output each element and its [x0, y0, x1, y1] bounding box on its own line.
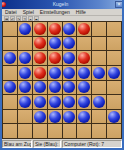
blue-marble-r4c3[interactable] — [49, 81, 61, 93]
title-bar[interactable]: Kugeln × — [0, 0, 124, 9]
board-cell-r6c1[interactable] — [18, 110, 33, 125]
board-cell-r6c4[interactable] — [63, 110, 78, 125]
blue-marble-r2c4[interactable] — [63, 52, 75, 64]
menu-item-hilfe[interactable]: Hilfe — [73, 10, 89, 15]
board-cell-r3c6[interactable] — [92, 66, 107, 81]
board-cell-r7c3[interactable] — [48, 124, 63, 139]
board-cell-r1c5[interactable] — [77, 37, 92, 52]
board-cell-r5c0[interactable] — [3, 95, 18, 110]
blue-marble-r5c1[interactable] — [19, 96, 31, 108]
blue-marble-r6c2[interactable] — [34, 111, 46, 123]
red-marble-r0c2[interactable] — [34, 23, 46, 35]
board-cell-r2c7[interactable] — [107, 51, 122, 66]
red-marble-r0c5[interactable] — [78, 23, 90, 35]
board-cell-r4c3[interactable] — [48, 81, 63, 96]
blue-marble-r2c1[interactable] — [19, 52, 31, 64]
menu-item-datei[interactable]: Datei — [2, 10, 20, 15]
board-cell-r4c4[interactable] — [63, 81, 78, 96]
blue-marble-r3c7[interactable] — [108, 67, 120, 79]
board-cell-r0c6[interactable] — [92, 22, 107, 37]
blue-marble-r3c5[interactable] — [78, 67, 90, 79]
board-cell-r6c6[interactable] — [92, 110, 107, 125]
board-cell-r3c0[interactable] — [3, 66, 18, 81]
menu-item-spiel[interactable]: Spiel — [20, 10, 37, 15]
blue-marble-r6c7[interactable] — [108, 111, 120, 123]
board-cell-r0c3[interactable] — [48, 22, 63, 37]
game-window: Kugeln × DateiSpielEinstellungenHilfe ▦↶… — [0, 0, 124, 150]
board-cell-r7c7[interactable] — [107, 124, 122, 139]
board-cell-r6c7[interactable] — [107, 110, 122, 125]
board-cell-r7c0[interactable] — [3, 124, 18, 139]
red-marble-r2c3[interactable] — [49, 52, 61, 64]
blue-marble-r4c4[interactable] — [63, 81, 75, 93]
board-cell-r2c4[interactable] — [63, 51, 78, 66]
blue-marble-r5c2[interactable] — [34, 96, 46, 108]
red-marble-r3c2[interactable] — [34, 67, 46, 79]
board-cell-r4c0[interactable] — [3, 81, 18, 96]
board-cell-r5c5[interactable] — [77, 95, 92, 110]
red-marble-r2c2[interactable] — [34, 52, 46, 64]
blue-marble-r5c4[interactable] — [63, 96, 75, 108]
board-cell-r2c3[interactable] — [48, 51, 63, 66]
board-cell-r2c5[interactable] — [77, 51, 92, 66]
board-cell-r0c1[interactable] — [18, 22, 33, 37]
close-button[interactable]: × — [115, 1, 123, 8]
board-cell-r2c0[interactable] — [3, 51, 18, 66]
status-segment-0: Blau am Zug — [2, 140, 32, 148]
blue-marble-r1c4[interactable] — [63, 37, 75, 49]
board-cell-r0c0[interactable] — [3, 22, 18, 37]
blue-marble-r4c1[interactable] — [19, 81, 31, 93]
board-cell-r5c4[interactable] — [63, 95, 78, 110]
board-cell-r0c2[interactable] — [33, 22, 48, 37]
blue-marble-r4c0[interactable] — [4, 81, 16, 93]
blue-marble-r6c5[interactable] — [78, 111, 90, 123]
board-cell-r1c6[interactable] — [92, 37, 107, 52]
blue-marble-r5c5[interactable] — [78, 96, 90, 108]
board-cell-r1c2[interactable] — [33, 37, 48, 52]
board-cell-r7c1[interactable] — [18, 124, 33, 139]
board-cell-r6c3[interactable] — [48, 110, 63, 125]
blue-marble-r3c1[interactable] — [19, 67, 31, 79]
board-cell-r7c5[interactable] — [77, 124, 92, 139]
board-cell-r2c6[interactable] — [92, 51, 107, 66]
board-cell-r0c5[interactable] — [77, 22, 92, 37]
board-cell-r0c7[interactable] — [107, 22, 122, 37]
blue-marble-r4c5[interactable] — [78, 81, 90, 93]
blue-marble-r5c3[interactable] — [49, 96, 61, 108]
blue-marble-r3c3[interactable] — [49, 67, 61, 79]
board-cell-r1c3[interactable] — [48, 37, 63, 52]
menu-item-einstellungen[interactable]: Einstellungen — [37, 10, 73, 15]
board-cell-r3c5[interactable] — [77, 66, 92, 81]
board-cell-r7c4[interactable] — [63, 124, 78, 139]
blue-marble-r5c6[interactable] — [93, 96, 105, 108]
board-cell-r6c0[interactable] — [3, 110, 18, 125]
board-cell-r6c2[interactable] — [33, 110, 48, 125]
board-cell-r1c0[interactable] — [3, 37, 18, 52]
board-cell-r4c5[interactable] — [77, 81, 92, 96]
board-cell-r4c7[interactable] — [107, 81, 122, 96]
board-cell-r5c1[interactable] — [18, 95, 33, 110]
board-cell-r3c1[interactable] — [18, 66, 33, 81]
game-board — [2, 21, 122, 139]
board-cell-r7c2[interactable] — [33, 124, 48, 139]
blue-marble-r3c4[interactable] — [63, 67, 75, 79]
board-cell-r4c6[interactable] — [92, 81, 107, 96]
board-cell-r3c2[interactable] — [33, 66, 48, 81]
board-cell-r3c4[interactable] — [63, 66, 78, 81]
status-bar: Blau am ZugSie (Blau): 31Computer (Rot):… — [2, 140, 122, 148]
red-marble-r0c3[interactable] — [49, 23, 61, 35]
status-segment-1: Sie (Blau): 31 — [33, 140, 61, 148]
blue-marble-r0c1[interactable] — [19, 23, 31, 35]
blue-marble-r0c4[interactable] — [63, 23, 75, 35]
board-cell-r3c7[interactable] — [107, 66, 122, 81]
window-title: Kugeln — [6, 2, 115, 7]
board-cell-r1c7[interactable] — [107, 37, 122, 52]
board-cell-r2c2[interactable] — [33, 51, 48, 66]
blue-marble-r1c3[interactable] — [49, 37, 61, 49]
board-cell-r4c1[interactable] — [18, 81, 33, 96]
blue-marble-r3c6[interactable] — [93, 67, 105, 79]
board-cell-r2c1[interactable] — [18, 51, 33, 66]
board-cell-r1c4[interactable] — [63, 37, 78, 52]
status-segment-2: Computer (Rot): 7 — [62, 140, 122, 148]
board-cell-r5c7[interactable] — [107, 95, 122, 110]
board-cell-r6c5[interactable] — [77, 110, 92, 125]
menu-bar: DateiSpielEinstellungenHilfe — [2, 9, 122, 16]
board-cell-r4c2[interactable] — [33, 81, 48, 96]
board-cell-r1c1[interactable] — [18, 37, 33, 52]
red-marble-r2c5[interactable] — [78, 52, 90, 64]
board-cell-r7c6[interactable] — [92, 124, 107, 139]
red-marble-r1c2[interactable] — [34, 37, 46, 49]
blue-marble-r6c4[interactable] — [63, 111, 75, 123]
board-cell-r5c2[interactable] — [33, 95, 48, 110]
blue-marble-r2c0[interactable] — [4, 52, 16, 64]
board-cell-r5c6[interactable] — [92, 95, 107, 110]
board-cell-r0c4[interactable] — [63, 22, 78, 37]
blue-marble-r4c2[interactable] — [34, 81, 46, 93]
board-cell-r3c3[interactable] — [48, 66, 63, 81]
board-cell-r5c3[interactable] — [48, 95, 63, 110]
blue-marble-r6c3[interactable] — [49, 111, 61, 123]
